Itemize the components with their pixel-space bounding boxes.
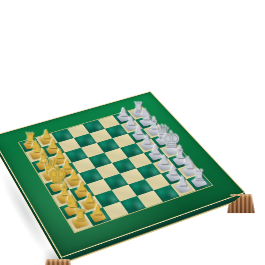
square-h1: ♜ [67, 213, 93, 232]
corner-foot [43, 259, 73, 265]
piece-silver-pawn-h7: ♟ [167, 175, 198, 188]
product-photo: ♜♞♝♛♚♝♞♜♟♟♟♟♟♟♟♟♟♟♟♟♟♟♟♟♜♞♝♛♚♝♞♜ [0, 0, 265, 265]
chess-board: ♜♞♝♛♚♝♞♜♟♟♟♟♟♟♟♟♟♟♟♟♟♟♟♟♜♞♝♛♚♝♞♜ [0, 91, 245, 258]
piece-gold-rook-h1: ♜ [64, 207, 97, 222]
square-h7: ♟ [170, 179, 196, 196]
